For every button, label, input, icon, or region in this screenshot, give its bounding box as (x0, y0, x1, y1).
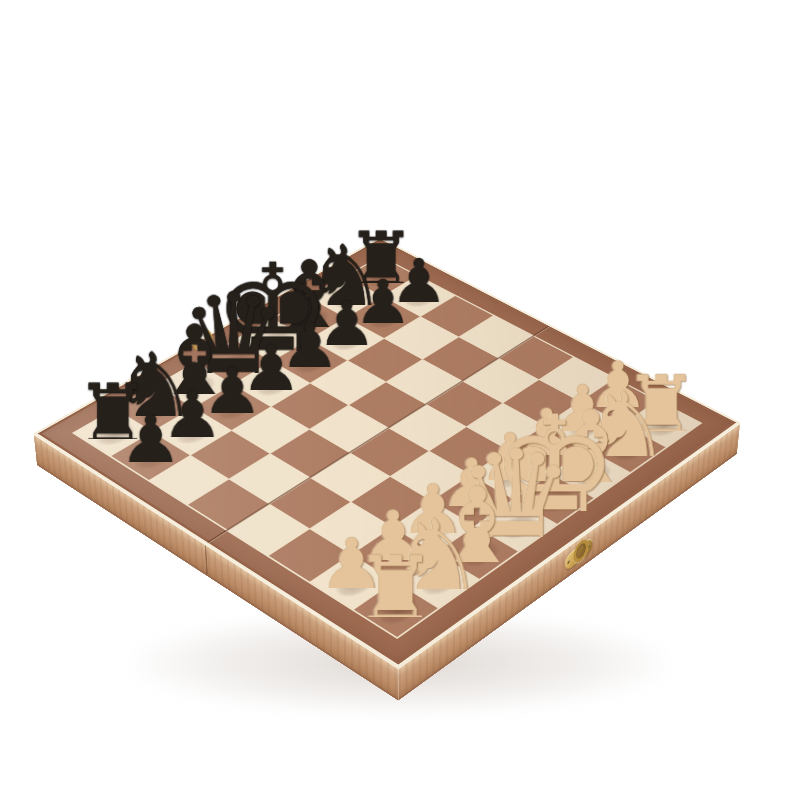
board-top-face: ♜♞♝♛♚♝♞♜♟♟♟♟♟♟♟♟♟♟♟♟♟♟♟♟♜♞♝♛♚♝♞♜ (34, 237, 741, 668)
square-a1: ♜ (354, 581, 438, 637)
chess-set-photo: ♜♞♝♛♚♝♞♜♟♟♟♟♟♟♟♟♟♟♟♟♟♟♟♟♜♞♝♛♚♝♞♜ (0, 0, 800, 800)
board-grid: ♜♞♝♛♚♝♞♜♟♟♟♟♟♟♟♟♟♟♟♟♟♟♟♟♜♞♝♛♚♝♞♜ (72, 256, 703, 639)
chess-board: ♜♞♝♛♚♝♞♜♟♟♟♟♟♟♟♟♟♟♟♟♟♟♟♟♜♞♝♛♚♝♞♜ (34, 237, 741, 668)
perspective-wrapper: ♜♞♝♛♚♝♞♜♟♟♟♟♟♟♟♟♟♟♟♟♟♟♟♟♜♞♝♛♚♝♞♜ (138, 178, 638, 678)
box-halves-split-line (205, 545, 208, 574)
